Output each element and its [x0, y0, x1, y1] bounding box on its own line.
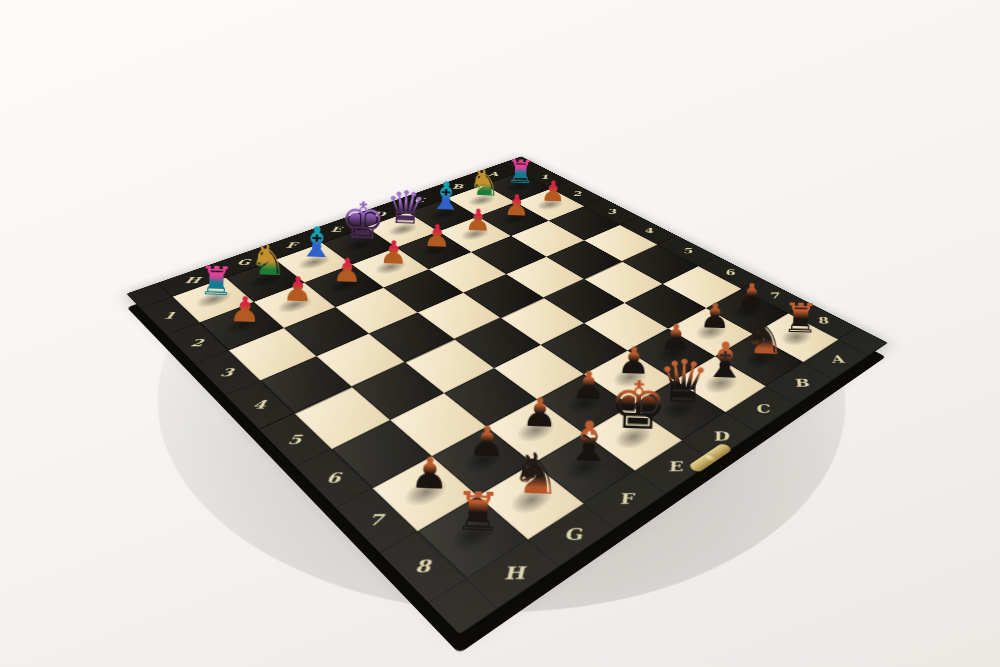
square-h3[interactable]	[229, 328, 317, 381]
backdrop: HH11GG22FF33EE44DD55CC66BB77AA88 ♜♞♝♚♛♝♞…	[0, 0, 1000, 667]
photo-scene: HH11GG22FF33EE44DD55CC66BB77AA88 ♜♞♝♚♛♝♞…	[0, 0, 1000, 667]
square-f5[interactable]	[405, 339, 494, 393]
square-f4[interactable]	[369, 312, 455, 362]
chess-board-3d: HH11GG22FF33EE44DD55CC66BB77AA88 ♜♞♝♚♛♝♞…	[126, 156, 888, 634]
rail-corner	[838, 327, 888, 355]
square-g3[interactable]	[284, 307, 369, 356]
square-e5[interactable]	[454, 317, 540, 367]
rook-glyph: ♜	[436, 483, 518, 539]
square-h5[interactable]	[294, 386, 390, 448]
pawn-glyph: ♟	[213, 290, 276, 327]
square-h4[interactable]	[260, 356, 352, 413]
square-g5[interactable]	[352, 362, 444, 420]
square-g4[interactable]	[316, 333, 404, 386]
